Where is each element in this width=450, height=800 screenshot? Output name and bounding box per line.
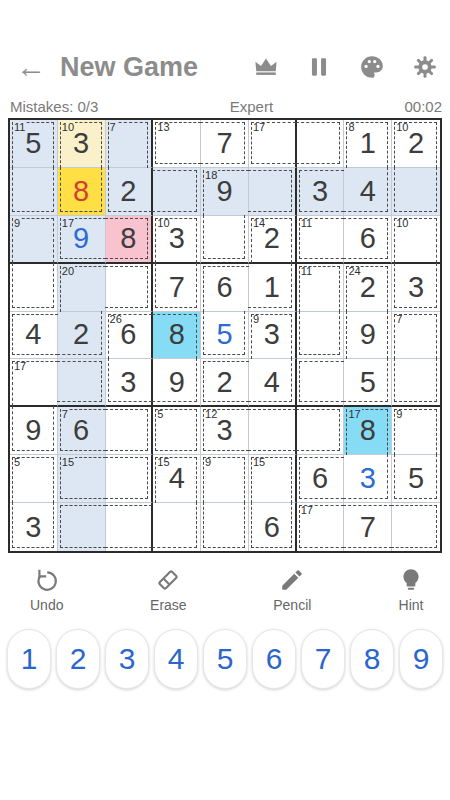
cell-r8c7[interactable]: 6 xyxy=(297,455,345,503)
cell-r2c6[interactable] xyxy=(249,168,297,216)
cell-r3c9[interactable]: 10 xyxy=(392,216,440,264)
cell-r8c3[interactable] xyxy=(106,455,154,503)
cell-digit: 3 xyxy=(216,416,232,445)
cell-digit: 8 xyxy=(169,320,185,349)
cell-digit: 6 xyxy=(312,464,328,493)
cell-digit: 1 xyxy=(360,129,376,158)
cell-digit: 2 xyxy=(73,320,89,349)
cell-digit: 5 xyxy=(408,464,424,493)
cell-digit: 2 xyxy=(360,273,376,302)
cell-r5c5[interactable]: 5 xyxy=(201,312,249,360)
cell-r4c9[interactable]: 3 xyxy=(392,264,440,312)
cell-r8c2[interactable]: 15 xyxy=(58,455,106,503)
numpad-9[interactable]: 9 xyxy=(399,629,443,689)
cage-sum: 17 xyxy=(252,121,266,133)
cage-sum: 9 xyxy=(395,408,403,420)
cage-sum: 18 xyxy=(204,169,218,181)
cell-digit: 3 xyxy=(120,368,136,397)
cell-digit: 7 xyxy=(216,129,232,158)
cage-sum: 24 xyxy=(347,265,361,277)
numpad-1[interactable]: 1 xyxy=(7,629,51,689)
numpad-3[interactable]: 3 xyxy=(105,629,149,689)
cage-sum: 15 xyxy=(156,456,170,468)
gear-icon[interactable] xyxy=(412,54,438,80)
hint-button[interactable]: Hint xyxy=(398,567,424,613)
cell-digit: 2 xyxy=(408,129,424,158)
cell-r9c4[interactable] xyxy=(153,503,201,551)
cell-r2c4[interactable] xyxy=(153,168,201,216)
cell-r5c9[interactable]: 7 xyxy=(392,312,440,360)
cell-r1c8[interactable]: 81 xyxy=(344,120,392,168)
cage-sum: 20 xyxy=(61,265,75,277)
mistakes-counter: Mistakes: 0/3 xyxy=(10,98,98,115)
cell-digit: 3 xyxy=(25,513,41,542)
pencil-label: Pencil xyxy=(273,597,311,613)
cage-sum: 7 xyxy=(61,408,69,420)
cell-r5c8[interactable]: 9 xyxy=(344,312,392,360)
cell-digit: 8 xyxy=(120,224,136,253)
cell-digit: 7 xyxy=(169,273,185,302)
cell-digit: 8 xyxy=(73,177,89,206)
cell-r7c7[interactable] xyxy=(297,407,345,455)
cell-r9c7[interactable]: 17 xyxy=(297,503,345,551)
cage-sum: 5 xyxy=(13,456,21,468)
cell-r8c8[interactable]: 3 xyxy=(344,455,392,503)
status-bar: Mistakes: 0/3 Expert 00:02 xyxy=(10,98,442,115)
cell-digit: 4 xyxy=(25,320,41,349)
cell-digit: 5 xyxy=(360,368,376,397)
cage-sum: 17 xyxy=(61,217,75,229)
cell-r6c5[interactable]: 2 xyxy=(201,359,249,407)
cage-sum: 5 xyxy=(156,408,164,420)
cell-r7c8[interactable]: 178 xyxy=(344,407,392,455)
cell-r7c1[interactable]: 9 xyxy=(10,407,58,455)
cell-r4c2[interactable]: 20 xyxy=(58,264,106,312)
cell-r9c2[interactable] xyxy=(58,503,106,551)
palette-icon[interactable] xyxy=(359,54,385,80)
cage-sum: 17 xyxy=(300,504,314,516)
cell-r7c9[interactable]: 9 xyxy=(392,407,440,455)
undo-label: Undo xyxy=(30,597,63,613)
cell-r5c2[interactable]: 2 xyxy=(58,312,106,360)
cell-r9c1[interactable]: 3 xyxy=(10,503,58,551)
timer: 00:02 xyxy=(404,98,442,115)
cage-sum: 15 xyxy=(252,456,266,468)
toolbar: Undo Erase Pencil Hint xyxy=(0,567,450,613)
cell-r1c3[interactable]: 7 xyxy=(106,120,154,168)
pencil-button[interactable]: Pencil xyxy=(273,567,311,613)
cage-sum: 9 xyxy=(204,456,212,468)
numpad-8[interactable]: 8 xyxy=(350,629,394,689)
cell-r6c9[interactable] xyxy=(392,359,440,407)
cell-digit: 3 xyxy=(360,464,376,493)
cage-sum: 11 xyxy=(13,121,26,133)
cell-r7c2[interactable]: 76 xyxy=(58,407,106,455)
cell-r6c7[interactable] xyxy=(297,359,345,407)
cage-sum: 12 xyxy=(204,408,218,420)
cage-sum: 9 xyxy=(13,217,21,229)
cell-r6c4[interactable]: 9 xyxy=(153,359,201,407)
cell-digit: 2 xyxy=(216,368,232,397)
numpad-5[interactable]: 5 xyxy=(203,629,247,689)
cell-digit: 7 xyxy=(360,513,376,542)
cage-sum: 10 xyxy=(156,217,170,229)
cell-r4c8[interactable]: 242 xyxy=(344,264,392,312)
cell-digit: 3 xyxy=(312,177,328,206)
numpad-6[interactable]: 6 xyxy=(252,629,296,689)
cell-digit: 3 xyxy=(408,273,424,302)
cell-digit: 9 xyxy=(169,368,185,397)
cell-r2c5[interactable]: 189 xyxy=(201,168,249,216)
cell-r4c3[interactable] xyxy=(106,264,154,312)
cell-r2c3[interactable]: 2 xyxy=(106,168,154,216)
cell-digit: 5 xyxy=(25,129,41,158)
cell-digit: 5 xyxy=(216,320,232,349)
cell-r8c6[interactable]: 15 xyxy=(249,455,297,503)
cage-sum: 15 xyxy=(61,456,75,468)
cell-digit: 4 xyxy=(264,368,280,397)
cell-r3c4[interactable]: 103 xyxy=(153,216,201,264)
difficulty-label: Expert xyxy=(98,98,404,115)
cell-r2c1[interactable] xyxy=(10,168,58,216)
cage-sum: 17 xyxy=(347,408,361,420)
cell-digit: 3 xyxy=(73,129,89,158)
back-icon[interactable]: ← xyxy=(16,52,46,82)
cell-r2c8[interactable]: 4 xyxy=(344,168,392,216)
cell-r3c6[interactable]: 142 xyxy=(249,216,297,264)
cell-r1c2[interactable]: 103 xyxy=(58,120,106,168)
cage-sum: 10 xyxy=(395,217,409,229)
cell-digit: 9 xyxy=(25,416,41,445)
undo-button[interactable]: Undo xyxy=(30,567,63,613)
cage-sum: 7 xyxy=(109,121,117,133)
sudoku-board: 1151037137178110282189349179810314211610… xyxy=(8,118,442,553)
cage-sum: 7 xyxy=(395,313,403,325)
cell-r6c3[interactable]: 3 xyxy=(106,359,154,407)
cell-r1c6[interactable]: 17 xyxy=(249,120,297,168)
cell-r6c8[interactable]: 5 xyxy=(344,359,392,407)
cell-digit: 9 xyxy=(360,320,376,349)
cell-r1c1[interactable]: 115 xyxy=(10,120,58,168)
cell-r5c4[interactable]: 8 xyxy=(153,312,201,360)
numpad-2[interactable]: 2 xyxy=(56,629,100,689)
cell-r3c1[interactable]: 9 xyxy=(10,216,58,264)
cell-r3c2[interactable]: 179 xyxy=(58,216,106,264)
cell-r5c3[interactable]: 266 xyxy=(106,312,154,360)
cell-digit: 4 xyxy=(169,464,185,493)
cage-sum: 10 xyxy=(395,121,409,133)
hint-label: Hint xyxy=(399,597,424,613)
cell-r6c6[interactable]: 4 xyxy=(249,359,297,407)
cell-r7c5[interactable]: 123 xyxy=(201,407,249,455)
cell-digit: 6 xyxy=(360,224,376,253)
cage-sum: 8 xyxy=(347,121,355,133)
cell-r4c5[interactable]: 6 xyxy=(201,264,249,312)
cage-sum: 14 xyxy=(252,217,266,229)
cell-r2c2[interactable]: 8 xyxy=(58,168,106,216)
page-title: New Game xyxy=(60,52,198,83)
numpad-7[interactable]: 7 xyxy=(301,629,345,689)
erase-button[interactable]: Erase xyxy=(150,567,187,613)
cage-sum: 26 xyxy=(109,313,123,325)
cell-r1c9[interactable]: 102 xyxy=(392,120,440,168)
cell-r9c5[interactable] xyxy=(201,503,249,551)
cell-r5c7[interactable] xyxy=(297,312,345,360)
cell-r9c6[interactable]: 6 xyxy=(249,503,297,551)
cell-r4c4[interactable]: 7 xyxy=(153,264,201,312)
cage-sum: 9 xyxy=(252,313,260,325)
crown-icon[interactable] xyxy=(253,54,279,80)
cell-r2c9[interactable] xyxy=(392,168,440,216)
cell-digit: 3 xyxy=(264,320,280,349)
cell-r3c5[interactable] xyxy=(201,216,249,264)
cell-digit: 8 xyxy=(360,416,376,445)
cell-r8c1[interactable]: 5 xyxy=(10,455,58,503)
cell-r8c5[interactable]: 9 xyxy=(201,455,249,503)
cell-r8c4[interactable]: 154 xyxy=(153,455,201,503)
cell-r5c1[interactable]: 4 xyxy=(10,312,58,360)
cell-r4c1[interactable] xyxy=(10,264,58,312)
pause-icon[interactable] xyxy=(306,54,332,80)
cell-digit: 3 xyxy=(169,224,185,253)
cell-r3c7[interactable]: 11 xyxy=(297,216,345,264)
cage-sum: 11 xyxy=(300,265,313,277)
cell-r5c6[interactable]: 93 xyxy=(249,312,297,360)
cell-digit: 9 xyxy=(216,177,232,206)
cell-digit: 1 xyxy=(264,273,280,302)
cell-r7c4[interactable]: 5 xyxy=(153,407,201,455)
cage-sum: 10 xyxy=(61,121,75,133)
cell-digit: 4 xyxy=(360,177,376,206)
cell-r1c5[interactable]: 7 xyxy=(201,120,249,168)
cell-digit: 6 xyxy=(120,320,136,349)
header: ← New Game xyxy=(16,44,438,90)
cell-r1c7[interactable] xyxy=(297,120,345,168)
erase-label: Erase xyxy=(150,597,187,613)
cell-r8c9[interactable]: 5 xyxy=(392,455,440,503)
cage-sum: 13 xyxy=(156,121,170,133)
cell-r9c3[interactable] xyxy=(106,503,154,551)
cell-r2c7[interactable]: 3 xyxy=(297,168,345,216)
cell-r4c7[interactable]: 11 xyxy=(297,264,345,312)
cell-r9c9[interactable] xyxy=(392,503,440,551)
numpad: 123456789 xyxy=(0,629,450,689)
cell-digit: 2 xyxy=(120,177,136,206)
cell-digit: 6 xyxy=(216,273,232,302)
cell-digit: 6 xyxy=(264,513,280,542)
cage-sum: 17 xyxy=(13,360,27,372)
cell-digit: 6 xyxy=(73,416,89,445)
cell-r4c6[interactable]: 1 xyxy=(249,264,297,312)
cage-sum: 11 xyxy=(300,217,313,229)
cell-r3c3[interactable]: 8 xyxy=(106,216,154,264)
cell-r6c2[interactable] xyxy=(58,359,106,407)
cell-digit: 9 xyxy=(73,224,89,253)
cell-r6c1[interactable]: 17 xyxy=(10,359,58,407)
cell-r7c3[interactable] xyxy=(106,407,154,455)
cell-r1c4[interactable]: 13 xyxy=(153,120,201,168)
numpad-4[interactable]: 4 xyxy=(154,629,198,689)
cell-r3c8[interactable]: 6 xyxy=(344,216,392,264)
cell-r7c6[interactable] xyxy=(249,407,297,455)
cell-r9c8[interactable]: 7 xyxy=(344,503,392,551)
